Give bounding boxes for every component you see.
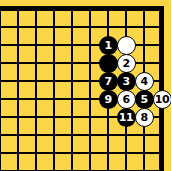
stone-move-number: 7 — [104, 75, 111, 86]
stone-move-number: 11 — [119, 111, 133, 122]
grid-line-vertical — [71, 6, 73, 171]
white-stone-T14: 10 — [153, 90, 172, 109]
board-edge-top — [0, 6, 164, 11]
black-stone-R15: 3 — [117, 72, 136, 91]
grid-line-horizontal — [0, 44, 160, 46]
grid-line-vertical — [53, 6, 55, 171]
white-stone-R16: 2 — [117, 54, 136, 73]
grid-line-horizontal — [0, 134, 160, 136]
white-stone-S15: 4 — [135, 72, 154, 91]
black-stone-Q17: 1 — [99, 36, 118, 55]
grid-line-vertical — [35, 6, 37, 171]
stone-move-number: 8 — [140, 111, 147, 122]
grid-line-vertical — [89, 6, 91, 171]
black-stone-Q16 — [99, 54, 118, 73]
stone-move-number: 3 — [122, 75, 129, 86]
grid-line-horizontal — [0, 62, 160, 64]
stone-move-number: 9 — [104, 93, 111, 104]
grid-line-horizontal — [0, 26, 160, 28]
stone-move-number: 6 — [122, 93, 129, 104]
white-stone-R17 — [117, 36, 136, 55]
go-board: 1273496510118 — [0, 0, 171, 171]
black-stone-Q15: 7 — [99, 72, 118, 91]
stone-move-number: 10 — [155, 93, 169, 104]
stone-move-number: 2 — [122, 57, 129, 68]
white-stone-S13: 8 — [135, 108, 154, 127]
stone-move-number: 5 — [140, 93, 147, 104]
grid-line-vertical — [0, 6, 1, 171]
grid-line-horizontal — [0, 170, 160, 171]
go-diagram: 1273496510118 — [0, 0, 171, 171]
black-stone-R13: 11 — [117, 108, 136, 127]
black-stone-Q14: 9 — [99, 90, 118, 109]
stone-move-number: 1 — [104, 39, 111, 50]
grid-line-vertical — [17, 6, 19, 171]
white-stone-R14: 6 — [117, 90, 136, 109]
black-stone-S14: 5 — [135, 90, 154, 109]
board-edge-right — [159, 6, 164, 171]
grid-line-horizontal — [0, 152, 160, 154]
stone-move-number: 4 — [140, 75, 147, 86]
